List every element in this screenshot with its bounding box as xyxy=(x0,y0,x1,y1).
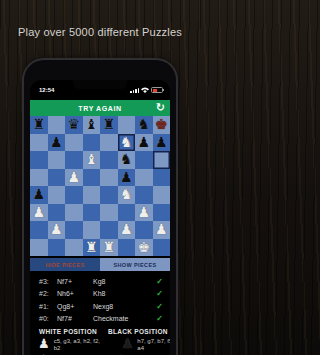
black-rook-a8: ♜ xyxy=(30,116,48,134)
square-d8[interactable]: ♝ xyxy=(83,116,101,134)
move-list: #3: Nf7+ Kg8 ✓ #2: Nh6+ Kh8 ✓ #1: Qg8+ N… xyxy=(30,271,170,325)
square-b2[interactable]: ♟ xyxy=(48,221,66,239)
white-king-g1: ♚ xyxy=(135,239,153,257)
square-d6[interactable]: ♝ xyxy=(83,151,101,169)
square-g1[interactable]: ♚ xyxy=(135,239,153,257)
move-number: #3: xyxy=(39,278,57,285)
square-a1[interactable] xyxy=(30,239,48,257)
square-h8[interactable]: ♚ xyxy=(153,116,171,134)
square-a6[interactable] xyxy=(30,151,48,169)
black-position-title: BLACK POSITION xyxy=(108,328,168,335)
square-b4[interactable] xyxy=(48,186,66,204)
square-d5[interactable] xyxy=(83,169,101,187)
square-a3[interactable]: ♟ xyxy=(30,204,48,222)
white-pawn-b2: ♟ xyxy=(48,221,66,239)
refresh-icon[interactable]: ↻ xyxy=(156,101,165,114)
white-knight-f7: ♞ xyxy=(118,134,136,152)
square-f4[interactable]: ♞ xyxy=(118,186,136,204)
headline-text: Play over 5000 different Puzzles xyxy=(0,26,200,38)
chess-board: ♜♛♝♜♞♚♟♞♟♟♝♞♟♟♟♞♟♟♟♟♟♜♜♚ xyxy=(30,116,170,256)
black-queen-c8: ♛ xyxy=(65,116,83,134)
status-time: 12:54 xyxy=(39,87,54,93)
phone-notch xyxy=(73,80,127,89)
square-b7[interactable]: ♟ xyxy=(48,134,66,152)
square-a4[interactable]: ♟ xyxy=(30,186,48,204)
black-knight-g8: ♞ xyxy=(135,116,153,134)
square-g6[interactable] xyxy=(135,151,153,169)
square-a2[interactable] xyxy=(30,221,48,239)
square-e8[interactable]: ♜ xyxy=(100,116,118,134)
square-b5[interactable] xyxy=(48,169,66,187)
app-screen: 12:54 TRY AGAIN ↻ ♜♛♝♜♞♚♟♞♟♟♝♞♟♟♟♞♟♟♟♟♟♜… xyxy=(30,80,170,355)
square-g5[interactable] xyxy=(135,169,153,187)
black-pawn-icon: ♟ xyxy=(122,337,134,352)
square-c2[interactable] xyxy=(65,221,83,239)
square-h1[interactable] xyxy=(153,239,171,257)
move-number: #1: xyxy=(39,303,57,310)
check-icon: ✓ xyxy=(153,289,163,298)
square-b3[interactable] xyxy=(48,204,66,222)
square-b8[interactable] xyxy=(48,116,66,134)
status-bar: 12:54 xyxy=(30,80,170,100)
black-knight-f6: ♞ xyxy=(118,151,136,169)
move-number: #2: xyxy=(39,290,57,297)
check-icon: ✓ xyxy=(153,277,163,286)
square-h7[interactable]: ♟ xyxy=(153,134,171,152)
show-pieces-button[interactable]: SHOW PIECES xyxy=(100,258,170,271)
phone-mockup: 12:54 TRY AGAIN ↻ ♜♛♝♜♞♚♟♞♟♟♝♞♟♟♟♞♟♟♟♟♟♜… xyxy=(24,60,176,355)
white-pawn-icon: ♟ xyxy=(38,337,50,352)
square-e3[interactable] xyxy=(100,204,118,222)
black-pawn-h7: ♟ xyxy=(153,134,171,152)
black-pawn-squares: h7, g7, b7, f5, a4 xyxy=(137,338,170,352)
white-bishop-d6: ♝ xyxy=(83,151,101,169)
square-d2[interactable] xyxy=(83,221,101,239)
black-bishop-d8: ♝ xyxy=(83,116,101,134)
square-f6[interactable]: ♞ xyxy=(118,151,136,169)
square-g7[interactable]: ♟ xyxy=(135,134,153,152)
black-pawn-a4: ♟ xyxy=(30,186,48,204)
white-pawn-positions: ♟ c5, g3, a3, h2, f2, b2 xyxy=(30,337,104,352)
battery-icon xyxy=(151,87,163,93)
square-c1[interactable] xyxy=(65,239,83,257)
square-d4[interactable] xyxy=(83,186,101,204)
signal-bars-icon xyxy=(130,88,139,93)
square-f3[interactable] xyxy=(118,204,136,222)
wifi-icon xyxy=(141,87,149,93)
black-pawn-b7: ♟ xyxy=(48,134,66,152)
square-a8[interactable]: ♜ xyxy=(30,116,48,134)
black-pawn-f5: ♟ xyxy=(118,169,136,187)
white-move: Nf7# xyxy=(57,315,93,322)
move-row: #3: Nf7+ Kg8 ✓ xyxy=(30,275,170,288)
square-c7[interactable] xyxy=(65,134,83,152)
square-c6[interactable] xyxy=(65,151,83,169)
hide-pieces-button[interactable]: HIDE PIECES xyxy=(30,258,100,271)
black-reply: Nexg8 xyxy=(93,303,153,310)
move-row: #1: Qg8+ Nexg8 ✓ xyxy=(30,300,170,313)
square-e5[interactable] xyxy=(100,169,118,187)
square-c8[interactable]: ♛ xyxy=(65,116,83,134)
white-pawn-a3: ♟ xyxy=(30,204,48,222)
square-g8[interactable]: ♞ xyxy=(135,116,153,134)
positions-panel: WHITE POSITION BLACK POSITION ♟ c5, g3, … xyxy=(30,325,170,355)
square-h6[interactable] xyxy=(153,151,171,169)
square-h2[interactable]: ♟ xyxy=(153,221,171,239)
square-e4[interactable] xyxy=(100,186,118,204)
white-pawn-c5: ♟ xyxy=(65,169,83,187)
try-again-banner[interactable]: TRY AGAIN ↻ xyxy=(30,100,170,116)
square-c3[interactable] xyxy=(65,204,83,222)
square-h3[interactable] xyxy=(153,204,171,222)
square-e6[interactable] xyxy=(100,151,118,169)
white-move: Qg8+ xyxy=(57,303,93,310)
square-f8[interactable] xyxy=(118,116,136,134)
white-move: Nh6+ xyxy=(57,290,93,297)
square-h4[interactable] xyxy=(153,186,171,204)
white-position-title: WHITE POSITION xyxy=(39,328,105,335)
move-row: #0: Nf7# Checkmate ✓ xyxy=(30,313,170,326)
square-d3[interactable] xyxy=(83,204,101,222)
black-rook-e8: ♜ xyxy=(100,116,118,134)
black-pawn-positions: ♟ h7, g7, b7, f5, a4 xyxy=(112,337,170,352)
black-reply: Kg8 xyxy=(93,278,153,285)
move-row: #2: Nh6+ Kh8 ✓ xyxy=(30,288,170,301)
check-icon: ✓ xyxy=(153,314,163,323)
square-f1[interactable] xyxy=(118,239,136,257)
black-pawn-g7: ♟ xyxy=(135,134,153,152)
square-f5[interactable]: ♟ xyxy=(118,169,136,187)
white-rook-e1: ♜ xyxy=(100,239,118,257)
square-h5[interactable] xyxy=(153,169,171,187)
white-knight-f4: ♞ xyxy=(118,186,136,204)
piece-visibility-tabs: HIDE PIECES SHOW PIECES xyxy=(30,258,170,271)
square-d1[interactable]: ♜ xyxy=(83,239,101,257)
square-f2[interactable]: ♟ xyxy=(118,221,136,239)
square-e2[interactable] xyxy=(100,221,118,239)
black-reply: Kh8 xyxy=(93,290,153,297)
check-icon: ✓ xyxy=(153,302,163,311)
white-pawn-f2: ♟ xyxy=(118,221,136,239)
white-pawn-squares: c5, g3, a3, h2, f2, b2 xyxy=(54,338,104,352)
white-pawn-g3: ♟ xyxy=(135,204,153,222)
square-g2[interactable] xyxy=(135,221,153,239)
white-move: Nf7+ xyxy=(57,278,93,285)
try-again-label: TRY AGAIN xyxy=(78,105,121,112)
square-f7[interactable]: ♞ xyxy=(118,134,136,152)
move-number: #0: xyxy=(39,315,57,322)
square-e7[interactable] xyxy=(100,134,118,152)
black-reply: Checkmate xyxy=(93,315,153,322)
square-g3[interactable]: ♟ xyxy=(135,204,153,222)
white-rook-d1: ♜ xyxy=(83,239,101,257)
white-pawn-h2: ♟ xyxy=(153,221,171,239)
square-e1[interactable]: ♜ xyxy=(100,239,118,257)
black-king-h8: ♚ xyxy=(153,116,171,134)
square-a7[interactable] xyxy=(30,134,48,152)
square-b1[interactable] xyxy=(48,239,66,257)
square-c4[interactable] xyxy=(65,186,83,204)
square-b6[interactable] xyxy=(48,151,66,169)
square-g4[interactable] xyxy=(135,186,153,204)
square-d7[interactable] xyxy=(83,134,101,152)
square-c5[interactable]: ♟ xyxy=(65,169,83,187)
square-a5[interactable] xyxy=(30,169,48,187)
